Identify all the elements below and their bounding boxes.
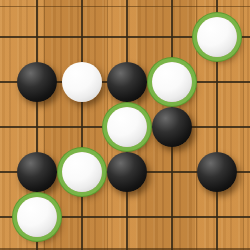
stone-white-winning	[62, 152, 102, 192]
stone-black	[107, 62, 147, 102]
stone-black	[17, 152, 57, 192]
stone-black	[197, 152, 237, 192]
stone-black	[152, 107, 192, 147]
stone-black	[107, 152, 147, 192]
stone-white	[62, 62, 102, 102]
stones-layer	[0, 0, 250, 250]
stone-white-winning	[17, 197, 57, 237]
stone-black	[17, 62, 57, 102]
gomoku-board[interactable]	[0, 0, 250, 250]
stone-white-winning	[197, 17, 237, 57]
stone-white-winning	[107, 107, 147, 147]
stone-white-winning	[152, 62, 192, 102]
